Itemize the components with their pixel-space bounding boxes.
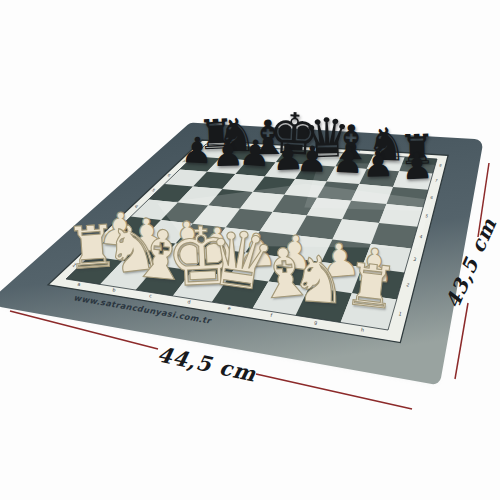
chess-board: aa88bb77cc66dd55ee44ff33gg22hh11www.satr… bbox=[0, 0, 500, 500]
file-label-top: c bbox=[272, 143, 274, 147]
gloss-streak bbox=[304, 163, 435, 212]
dimension-line bbox=[256, 374, 412, 409]
product-photo: aa88bb77cc66dd55ee44ff33gg22hh11www.satr… bbox=[0, 0, 500, 500]
file-label-top: h bbox=[420, 153, 423, 157]
file-label-top: a bbox=[219, 140, 221, 144]
file-label-top: g bbox=[389, 151, 392, 155]
file-label-top: d bbox=[300, 145, 303, 149]
dimension-line bbox=[455, 303, 468, 379]
